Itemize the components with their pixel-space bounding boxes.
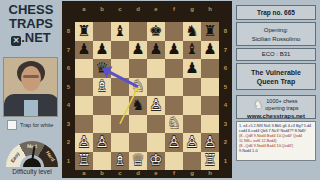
trap-title-line2: Queen Trap [237, 77, 315, 86]
square-a3 [75, 115, 93, 134]
square-f2: ♙ [165, 133, 183, 152]
black-pawn: ♟ [95, 42, 108, 57]
rank-label-1: 1 [64, 152, 73, 171]
rank-label-3: 3 [64, 115, 73, 134]
file-label-f: f [165, 169, 183, 177]
file-label-h: h [201, 169, 219, 177]
knight-icon: ♞ [253, 98, 263, 112]
square-f8 [165, 22, 183, 41]
rank-label-1: 1 [221, 152, 230, 171]
square-d6 [129, 59, 147, 78]
logo-net: .NET [21, 30, 51, 45]
square-g8: ♞ [183, 22, 201, 41]
file-label-b: b [93, 169, 111, 177]
white-pawn: ♙ [185, 135, 198, 150]
black-bishop: ♝ [113, 24, 126, 39]
square-c6 [111, 59, 129, 78]
trap-for-white-checkbox[interactable] [7, 120, 17, 130]
file-label-a: a [75, 5, 93, 13]
file-label-h: h [201, 5, 219, 13]
chesstraps-logo: CHESS TRAPS ✕.NET [0, 3, 62, 46]
black-pawn: ♟ [149, 42, 162, 57]
trap-number-box: Trap no. 665 [236, 5, 316, 20]
file-label-g: g [183, 5, 201, 13]
black-rook: ♜ [77, 24, 90, 39]
square-g7: ♝ [183, 41, 201, 60]
square-d1: ♕ [129, 152, 147, 171]
photo-face [21, 66, 41, 91]
move-list-box: 1. e4 c5 2.Nf3 Nc6 3.Bb5 g6 4.c3 Bg7 5.d… [236, 121, 316, 161]
white-bishop: ♗ [113, 153, 126, 168]
square-h2: ♙ [201, 133, 219, 152]
square-f3: ♘ [165, 115, 183, 134]
rank-label-4: 4 [64, 96, 73, 115]
black-pawn: ♟ [185, 61, 198, 76]
file-label-e: e [147, 169, 165, 177]
file-label-f: f [165, 5, 183, 13]
rank-label-6: 6 [221, 59, 230, 78]
trap-for-white-row: Trap for white [7, 120, 53, 130]
rank-label-3: 3 [221, 115, 230, 134]
rank-label-5: 5 [64, 78, 73, 97]
square-c4 [111, 96, 129, 115]
square-d5: ♘ [129, 78, 147, 97]
square-g5 [183, 78, 201, 97]
square-h1: ♖ [201, 152, 219, 171]
file-labels-bottom: abcdefgh [75, 169, 219, 177]
square-g4 [183, 96, 201, 115]
file-label-d: d [129, 169, 147, 177]
square-g2: ♙ [183, 133, 201, 152]
gauge-segment-med: Med [27, 143, 37, 150]
square-c8: ♝ [111, 22, 129, 41]
chess-board: abcdefgh abcdefgh 87654321 87654321 ♜♝♚♞… [62, 1, 232, 178]
file-label-b: b [93, 5, 111, 13]
white-pawn: ♙ [203, 135, 216, 150]
logo-line-2: TRAPS [0, 17, 62, 31]
logo-line-1: CHESS [0, 3, 62, 17]
opening-label: Opening: [237, 26, 315, 35]
black-knight: ♞ [131, 98, 144, 113]
black-pawn: ♟ [131, 42, 144, 57]
square-e4: ♙ [147, 96, 165, 115]
x-square-icon: ✕ [11, 36, 21, 46]
square-h8: ♜ [201, 22, 219, 41]
square-a5 [75, 78, 93, 97]
rank-label-7: 7 [64, 41, 73, 60]
square-g6: ♟ [183, 59, 201, 78]
square-b8 [93, 22, 111, 41]
trap-title-line1: The Vulnerable [237, 68, 315, 77]
white-rook: ♖ [77, 153, 90, 168]
square-a2: ♙ [75, 133, 93, 152]
move-line: 9.Nxd4 1-0 [239, 149, 313, 154]
photo-shirt [24, 100, 38, 116]
square-h3 [201, 115, 219, 134]
square-b4 [93, 96, 111, 115]
square-d4: ♞ [129, 96, 147, 115]
presenter-photo [3, 57, 58, 117]
ad-box: ♞ 1000+ chess opening traps www.chesstra… [236, 95, 316, 119]
white-knight: ♘ [167, 116, 180, 131]
square-c3 [111, 115, 129, 134]
square-g1 [183, 152, 201, 171]
file-label-a: a [75, 169, 93, 177]
photo-glasses [23, 75, 39, 78]
white-bishop: ♗ [95, 79, 108, 94]
black-queen: ♛ [95, 61, 108, 76]
black-rook: ♜ [203, 24, 216, 39]
rank-label-8: 8 [64, 22, 73, 41]
ad-line2: opening traps [265, 105, 298, 112]
white-rook: ♖ [203, 153, 216, 168]
trap-for-white-label: Trap for white [20, 122, 53, 128]
square-b5: ♗ [93, 78, 111, 97]
square-c2 [111, 133, 129, 152]
square-a8: ♜ [75, 22, 93, 41]
square-b2: ♙ [93, 133, 111, 152]
square-e5 [147, 78, 165, 97]
square-c1: ♗ [111, 152, 129, 171]
ad-url[interactable]: www.chesstraps.net [237, 113, 315, 120]
black-king: ♚ [149, 24, 162, 39]
ad-line1: 1000+ chess [265, 98, 298, 105]
square-e3 [147, 115, 165, 134]
square-b3 [93, 115, 111, 134]
difficulty-label: Difficulty level [0, 168, 64, 175]
square-e7: ♟ [147, 41, 165, 60]
square-e6 [147, 59, 165, 78]
square-b7: ♟ [93, 41, 111, 60]
square-f7: ♟ [165, 41, 183, 60]
rank-label-8: 8 [221, 22, 230, 41]
eco-box: ECO : B31 [236, 48, 316, 61]
white-king: ♔ [149, 153, 162, 168]
rank-label-4: 4 [221, 96, 230, 115]
trap-title-box: The Vulnerable Queen Trap [236, 63, 316, 90]
black-pawn: ♟ [203, 42, 216, 57]
file-label-c: c [111, 169, 129, 177]
square-b6: ♛ [93, 59, 111, 78]
white-pawn: ♙ [95, 135, 108, 150]
white-knight: ♘ [131, 79, 144, 94]
rank-label-6: 6 [64, 59, 73, 78]
rank-label-2: 2 [221, 133, 230, 152]
square-c5 [111, 78, 129, 97]
file-label-e: e [147, 5, 165, 13]
rank-label-5: 5 [221, 78, 230, 97]
white-pawn: ♙ [167, 135, 180, 150]
square-d2 [129, 133, 147, 152]
square-b1 [93, 152, 111, 171]
black-pawn: ♟ [77, 42, 90, 57]
file-labels-top: abcdefgh [75, 5, 219, 13]
square-h5 [201, 78, 219, 97]
black-bishop: ♝ [185, 42, 198, 57]
rank-label-7: 7 [221, 41, 230, 60]
square-e1: ♔ [147, 152, 165, 171]
rank-label-2: 2 [64, 133, 73, 152]
square-e8: ♚ [147, 22, 165, 41]
square-d7: ♟ [129, 41, 147, 60]
square-h7: ♟ [201, 41, 219, 60]
black-pawn: ♟ [167, 42, 180, 57]
black-knight: ♞ [185, 24, 198, 39]
square-d3 [129, 115, 147, 134]
square-c7 [111, 41, 129, 60]
square-f1 [165, 152, 183, 171]
square-a7: ♟ [75, 41, 93, 60]
file-label-c: c [111, 5, 129, 13]
rank-labels-left: 87654321 [64, 22, 73, 170]
square-g3 [183, 115, 201, 134]
square-f5 [165, 78, 183, 97]
square-a1: ♖ [75, 152, 93, 171]
opening-name: Sicilian Rossolimo [237, 35, 315, 44]
white-queen: ♕ [131, 153, 144, 168]
file-label-g: g [183, 169, 201, 177]
file-label-d: d [129, 5, 147, 13]
square-a6 [75, 59, 93, 78]
white-pawn: ♙ [149, 98, 162, 113]
square-f4 [165, 96, 183, 115]
square-d8 [129, 22, 147, 41]
board-grid: ♜♝♚♞♜♟♟♟♟♟♝♟♛♟♗♘♞♙♘♙♙♙♙♙♖♗♕♔♖ [75, 22, 219, 170]
opening-box: Opening: Sicilian Rossolimo [236, 22, 316, 46]
square-f6 [165, 59, 183, 78]
square-h4 [201, 96, 219, 115]
difficulty-gauge: Easy Med Hard [6, 141, 58, 167]
rank-labels-right: 87654321 [221, 22, 230, 170]
square-a4 [75, 96, 93, 115]
square-h6 [201, 59, 219, 78]
white-pawn: ♙ [77, 135, 90, 150]
square-e2 [147, 133, 165, 152]
